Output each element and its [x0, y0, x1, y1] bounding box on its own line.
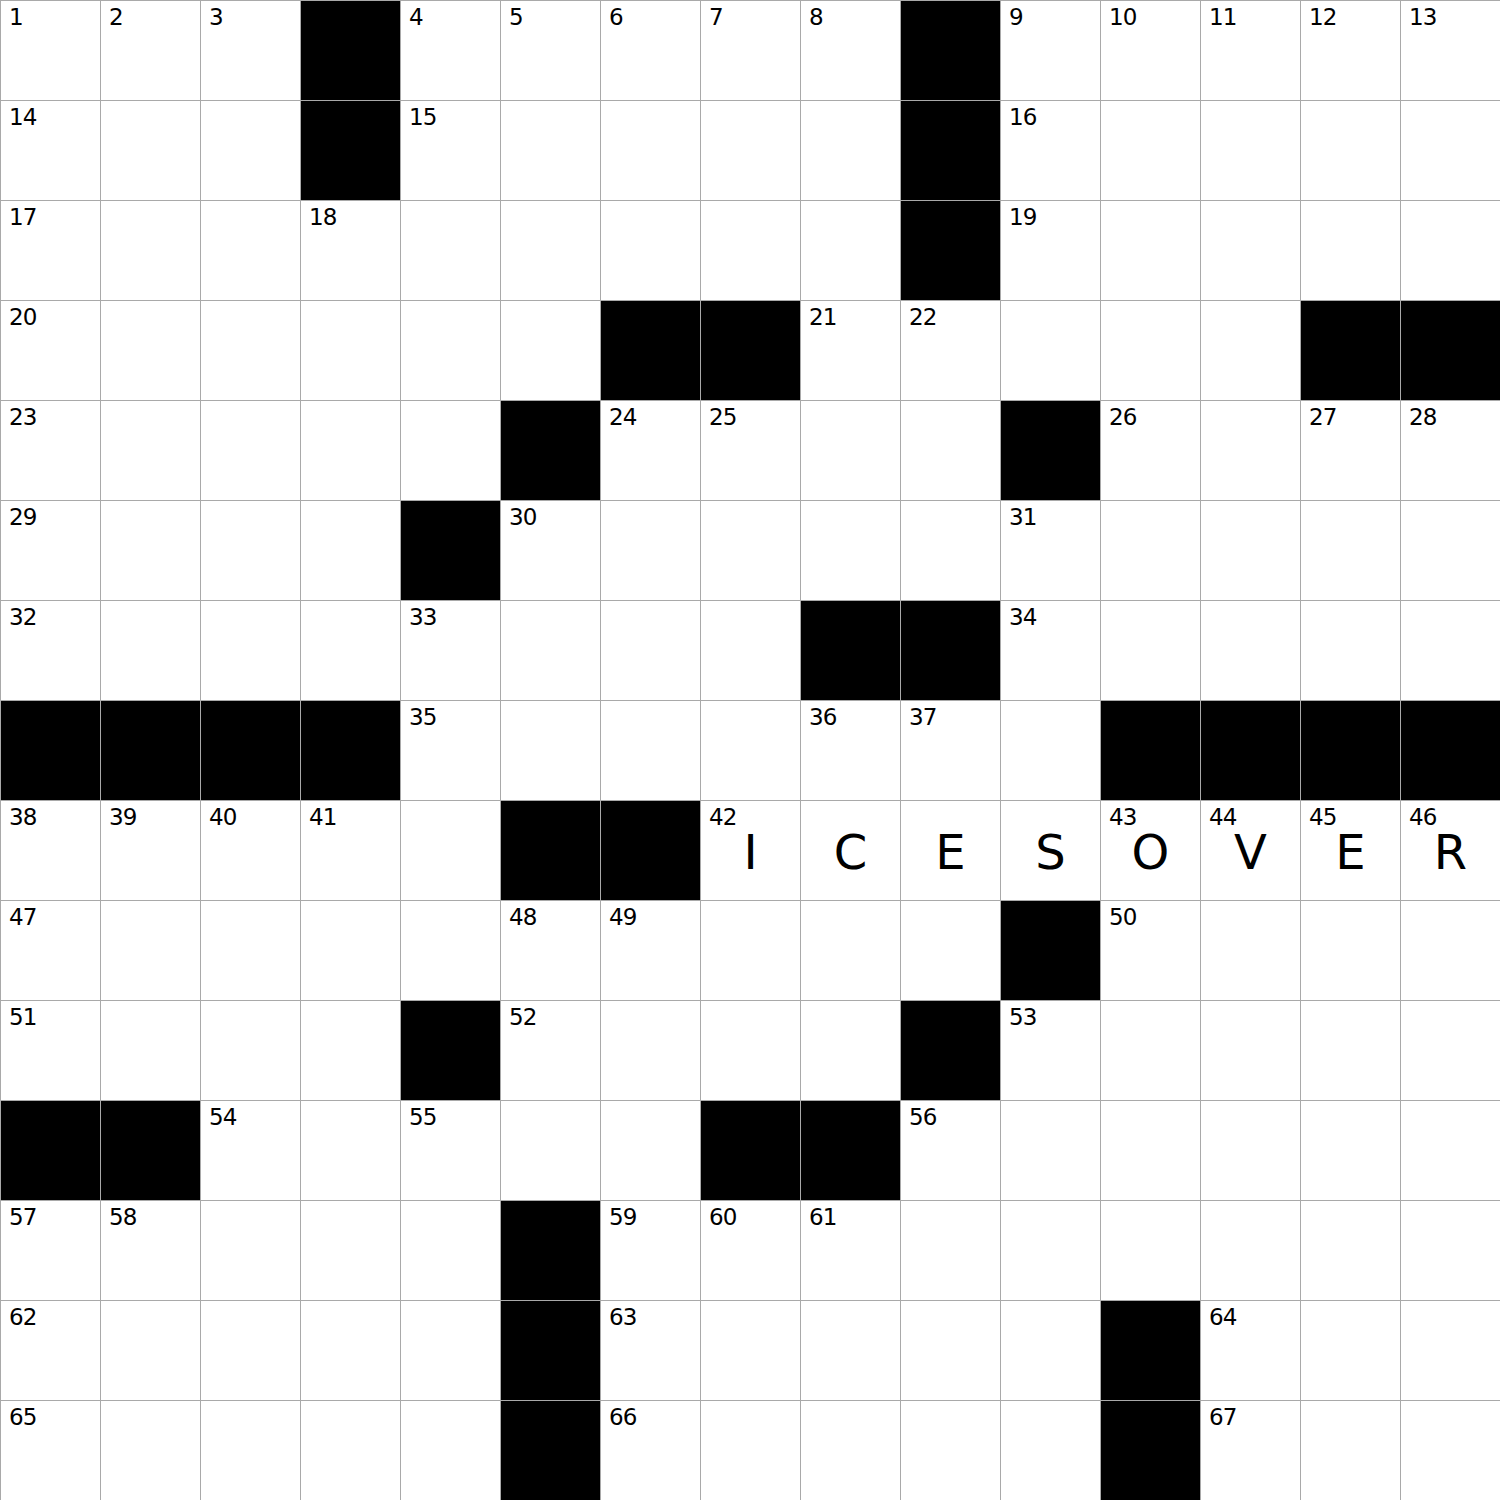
black-cell-r11c8 — [801, 1101, 901, 1201]
clue-number-38: 38 — [9, 806, 36, 829]
cell-letter: R — [1401, 827, 1500, 875]
cell-r6c4[interactable]: 33 — [401, 601, 501, 701]
cell-r5c7[interactable] — [701, 501, 801, 601]
cell-r11c9[interactable]: 56 — [901, 1101, 1001, 1201]
clue-number-32: 32 — [9, 606, 36, 629]
cell-r1c11[interactable] — [1101, 101, 1201, 201]
cell-r13c12[interactable]: 64 — [1201, 1301, 1301, 1401]
clue-number-4: 4 — [409, 6, 423, 29]
black-cell-r14c5 — [501, 1401, 601, 1500]
black-cell-r3c14 — [1401, 301, 1500, 401]
cell-r12c7[interactable]: 60 — [701, 1201, 801, 1301]
cell-r14c10[interactable] — [1001, 1401, 1101, 1500]
clue-number-19: 19 — [1009, 206, 1036, 229]
cell-r8c2[interactable]: 40 — [201, 801, 301, 901]
cell-r11c13[interactable] — [1301, 1101, 1401, 1201]
cell-r6c10[interactable]: 34 — [1001, 601, 1101, 701]
cell-r5c2[interactable] — [201, 501, 301, 601]
cell-r14c13[interactable] — [1301, 1401, 1401, 1500]
cell-r1c4[interactable]: 15 — [401, 101, 501, 201]
cell-r13c6[interactable]: 63 — [601, 1301, 701, 1401]
cell-r1c1[interactable] — [101, 101, 201, 201]
cell-r2c2[interactable] — [201, 201, 301, 301]
cell-r14c4[interactable] — [401, 1401, 501, 1500]
cell-r14c14[interactable] — [1401, 1401, 1500, 1500]
cell-r2c7[interactable] — [701, 201, 801, 301]
clue-number-3: 3 — [209, 6, 223, 29]
cell-r12c3[interactable] — [301, 1201, 401, 1301]
clue-number-25: 25 — [709, 406, 736, 429]
black-cell-r8c5 — [501, 801, 601, 901]
cell-r12c8[interactable]: 61 — [801, 1201, 901, 1301]
clue-number-42: 42 — [709, 806, 736, 829]
cell-r0c12[interactable]: 11 — [1201, 1, 1301, 101]
crossword-grid: 1234567891011121314151617181920212223242… — [0, 0, 1500, 1500]
clue-number-62: 62 — [9, 1306, 36, 1329]
cell-r2c13[interactable] — [1301, 201, 1401, 301]
black-cell-r7c2 — [201, 701, 301, 801]
cell-r6c7[interactable] — [701, 601, 801, 701]
cell-r13c2[interactable] — [201, 1301, 301, 1401]
cell-r5c0[interactable]: 29 — [1, 501, 101, 601]
black-cell-r1c9 — [901, 101, 1001, 201]
black-cell-r0c9 — [901, 1, 1001, 101]
clue-number-37: 37 — [909, 706, 936, 729]
cell-r13c7[interactable] — [701, 1301, 801, 1401]
cell-r5c10[interactable]: 31 — [1001, 501, 1101, 601]
clue-number-5: 5 — [509, 6, 523, 29]
cell-r4c14[interactable]: 28 — [1401, 401, 1500, 501]
cell-r4c7[interactable]: 25 — [701, 401, 801, 501]
clue-number-8: 8 — [809, 6, 823, 29]
cell-r5c12[interactable] — [1201, 501, 1301, 601]
cell-r1c6[interactable] — [601, 101, 701, 201]
black-cell-r11c0 — [1, 1101, 101, 1201]
clue-number-24: 24 — [609, 406, 636, 429]
cell-r6c0[interactable]: 32 — [1, 601, 101, 701]
cell-r4c1[interactable] — [101, 401, 201, 501]
clue-number-15: 15 — [409, 106, 436, 129]
cell-r8c0[interactable]: 38 — [1, 801, 101, 901]
cell-r6c6[interactable] — [601, 601, 701, 701]
cell-r8c9[interactable]: E — [901, 801, 1001, 901]
cell-r9c8[interactable] — [801, 901, 901, 1001]
cell-r7c10[interactable] — [1001, 701, 1101, 801]
cell-r2c6[interactable] — [601, 201, 701, 301]
clue-number-2: 2 — [109, 6, 123, 29]
black-cell-r6c9 — [901, 601, 1001, 701]
cell-r13c8[interactable] — [801, 1301, 901, 1401]
black-cell-r4c5 — [501, 401, 601, 501]
cell-r9c14[interactable] — [1401, 901, 1500, 1001]
cell-r5c13[interactable] — [1301, 501, 1401, 601]
cell-r0c14[interactable]: 13 — [1401, 1, 1500, 101]
cell-r9c7[interactable] — [701, 901, 801, 1001]
cell-r10c13[interactable] — [1301, 1001, 1401, 1101]
crossword-board: 1234567891011121314151617181920212223242… — [0, 0, 1500, 1500]
cell-r3c4[interactable] — [401, 301, 501, 401]
cell-letter: O — [1101, 827, 1200, 875]
clue-number-7: 7 — [709, 6, 723, 29]
cell-r8c3[interactable]: 41 — [301, 801, 401, 901]
cell-r11c14[interactable] — [1401, 1101, 1500, 1201]
cell-r7c6[interactable] — [601, 701, 701, 801]
cell-r10c11[interactable] — [1101, 1001, 1201, 1101]
cell-r3c12[interactable] — [1201, 301, 1301, 401]
cell-r11c12[interactable] — [1201, 1101, 1301, 1201]
black-cell-r7c12 — [1201, 701, 1301, 801]
cell-r6c12[interactable] — [1201, 601, 1301, 701]
black-cell-r10c9 — [901, 1001, 1001, 1101]
cell-r12c14[interactable] — [1401, 1201, 1500, 1301]
clue-number-16: 16 — [1009, 106, 1036, 129]
cell-r5c8[interactable] — [801, 501, 901, 601]
black-cell-r11c1 — [101, 1101, 201, 1201]
cell-r2c0[interactable]: 17 — [1, 201, 101, 301]
cell-r2c3[interactable]: 18 — [301, 201, 401, 301]
clue-number-14: 14 — [9, 106, 36, 129]
clue-number-28: 28 — [1409, 406, 1436, 429]
black-cell-r7c1 — [101, 701, 201, 801]
cell-r2c4[interactable] — [401, 201, 501, 301]
cell-r7c7[interactable] — [701, 701, 801, 801]
cell-r11c4[interactable]: 55 — [401, 1101, 501, 1201]
cell-r9c3[interactable] — [301, 901, 401, 1001]
cell-r1c12[interactable] — [1201, 101, 1301, 201]
cell-r0c5[interactable]: 5 — [501, 1, 601, 101]
black-cell-r0c3 — [301, 1, 401, 101]
black-cell-r9c10 — [1001, 901, 1101, 1001]
cell-r9c1[interactable] — [101, 901, 201, 1001]
cell-r8c1[interactable]: 39 — [101, 801, 201, 901]
cell-letter: C — [801, 827, 900, 875]
cell-r3c2[interactable] — [201, 301, 301, 401]
cell-r14c3[interactable] — [301, 1401, 401, 1500]
clue-number-55: 55 — [409, 1106, 436, 1129]
clue-number-53: 53 — [1009, 1006, 1036, 1029]
clue-number-30: 30 — [509, 506, 536, 529]
cell-r9c13[interactable] — [1301, 901, 1401, 1001]
cell-r3c9[interactable]: 22 — [901, 301, 1001, 401]
clue-number-45: 45 — [1309, 806, 1336, 829]
cell-r8c4[interactable] — [401, 801, 501, 901]
cell-r8c7[interactable]: 42I — [701, 801, 801, 901]
clue-number-9: 9 — [1009, 6, 1023, 29]
clue-number-46: 46 — [1409, 806, 1436, 829]
clue-number-58: 58 — [109, 1206, 136, 1229]
cell-r11c11[interactable] — [1101, 1101, 1201, 1201]
cell-r1c2[interactable] — [201, 101, 301, 201]
clue-number-56: 56 — [909, 1106, 936, 1129]
cell-r14c0[interactable]: 65 — [1, 1401, 101, 1500]
cell-r4c3[interactable] — [301, 401, 401, 501]
cell-r1c14[interactable] — [1401, 101, 1500, 201]
clue-number-33: 33 — [409, 606, 436, 629]
cell-r4c0[interactable]: 23 — [1, 401, 101, 501]
cell-r5c11[interactable] — [1101, 501, 1201, 601]
cell-letter: E — [1301, 827, 1400, 875]
cell-r1c5[interactable] — [501, 101, 601, 201]
black-cell-r14c11 — [1101, 1401, 1201, 1500]
cell-r14c8[interactable] — [801, 1401, 901, 1500]
cell-r12c1[interactable]: 58 — [101, 1201, 201, 1301]
cell-r8c12[interactable]: 44V — [1201, 801, 1301, 901]
clue-number-61: 61 — [809, 1206, 836, 1229]
cell-r1c7[interactable] — [701, 101, 801, 201]
cell-r12c10[interactable] — [1001, 1201, 1101, 1301]
clue-number-10: 10 — [1109, 6, 1136, 29]
cell-r3c8[interactable]: 21 — [801, 301, 901, 401]
cell-r11c6[interactable] — [601, 1101, 701, 1201]
clue-number-54: 54 — [209, 1106, 236, 1129]
cell-r5c5[interactable]: 30 — [501, 501, 601, 601]
clue-number-67: 67 — [1209, 1406, 1236, 1429]
cell-r2c14[interactable] — [1401, 201, 1500, 301]
clue-number-27: 27 — [1309, 406, 1336, 429]
cell-r1c8[interactable] — [801, 101, 901, 201]
cell-r4c12[interactable] — [1201, 401, 1301, 501]
cell-r1c10[interactable]: 16 — [1001, 101, 1101, 201]
cell-r12c6[interactable]: 59 — [601, 1201, 701, 1301]
cell-r0c6[interactable]: 6 — [601, 1, 701, 101]
black-cell-r8c6 — [601, 801, 701, 901]
clue-number-63: 63 — [609, 1306, 636, 1329]
clue-number-1: 1 — [9, 6, 23, 29]
clue-number-12: 12 — [1309, 6, 1336, 29]
cell-r4c11[interactable]: 26 — [1101, 401, 1201, 501]
cell-r9c6[interactable]: 49 — [601, 901, 701, 1001]
cell-r14c6[interactable]: 66 — [601, 1401, 701, 1500]
cell-r0c4[interactable]: 4 — [401, 1, 501, 101]
clue-number-49: 49 — [609, 906, 636, 929]
clue-number-23: 23 — [9, 406, 36, 429]
black-cell-r1c3 — [301, 101, 401, 201]
cell-r1c0[interactable]: 14 — [1, 101, 101, 201]
clue-number-51: 51 — [9, 1006, 36, 1029]
cell-r10c3[interactable] — [301, 1001, 401, 1101]
cell-r3c1[interactable] — [101, 301, 201, 401]
black-cell-r7c14 — [1401, 701, 1500, 801]
cell-r6c5[interactable] — [501, 601, 601, 701]
cell-r7c4[interactable]: 35 — [401, 701, 501, 801]
cell-r6c13[interactable] — [1301, 601, 1401, 701]
cell-r9c11[interactable]: 50 — [1101, 901, 1201, 1001]
clue-number-39: 39 — [109, 806, 136, 829]
cell-r2c8[interactable] — [801, 201, 901, 301]
cell-r9c2[interactable] — [201, 901, 301, 1001]
black-cell-r4c10 — [1001, 401, 1101, 501]
cell-r12c4[interactable] — [401, 1201, 501, 1301]
cell-r4c6[interactable]: 24 — [601, 401, 701, 501]
cell-r5c6[interactable] — [601, 501, 701, 601]
cell-r5c9[interactable] — [901, 501, 1001, 601]
cell-r4c4[interactable] — [401, 401, 501, 501]
clue-number-6: 6 — [609, 6, 623, 29]
cell-r7c5[interactable] — [501, 701, 601, 801]
clue-number-59: 59 — [609, 1206, 636, 1229]
clue-number-35: 35 — [409, 706, 436, 729]
cell-r7c8[interactable]: 36 — [801, 701, 901, 801]
cell-r4c13[interactable]: 27 — [1301, 401, 1401, 501]
cell-r4c9[interactable] — [901, 401, 1001, 501]
cell-letter: S — [1001, 827, 1100, 875]
cell-r10c14[interactable] — [1401, 1001, 1500, 1101]
cell-r0c0[interactable]: 1 — [1, 1, 101, 101]
cell-r3c3[interactable] — [301, 301, 401, 401]
clue-number-20: 20 — [9, 306, 36, 329]
cell-r10c10[interactable]: 53 — [1001, 1001, 1101, 1101]
cell-r11c5[interactable] — [501, 1101, 601, 1201]
cell-r10c5[interactable]: 52 — [501, 1001, 601, 1101]
clue-number-48: 48 — [509, 906, 536, 929]
cell-r6c2[interactable] — [201, 601, 301, 701]
cell-r12c0[interactable]: 57 — [1, 1201, 101, 1301]
cell-letter: E — [901, 827, 1000, 875]
clue-number-21: 21 — [809, 306, 836, 329]
cell-r8c14[interactable]: 46R — [1401, 801, 1500, 901]
cell-r2c1[interactable] — [101, 201, 201, 301]
black-cell-r7c13 — [1301, 701, 1401, 801]
clue-number-44: 44 — [1209, 806, 1236, 829]
black-cell-r11c7 — [701, 1101, 801, 1201]
cell-r5c3[interactable] — [301, 501, 401, 601]
clue-number-65: 65 — [9, 1406, 36, 1429]
cell-r6c1[interactable] — [101, 601, 201, 701]
cell-r3c0[interactable]: 20 — [1, 301, 101, 401]
cell-r3c10[interactable] — [1001, 301, 1101, 401]
cell-r13c13[interactable] — [1301, 1301, 1401, 1401]
cell-r3c11[interactable] — [1101, 301, 1201, 401]
cell-r8c10[interactable]: S — [1001, 801, 1101, 901]
black-cell-r10c4 — [401, 1001, 501, 1101]
black-cell-r5c4 — [401, 501, 501, 601]
cell-r5c14[interactable] — [1401, 501, 1500, 601]
cell-r11c10[interactable] — [1001, 1101, 1101, 1201]
cell-r14c9[interactable] — [901, 1401, 1001, 1500]
cell-r6c3[interactable] — [301, 601, 401, 701]
cell-r0c11[interactable]: 10 — [1101, 1, 1201, 101]
clue-number-29: 29 — [9, 506, 36, 529]
clue-number-40: 40 — [209, 806, 236, 829]
cell-r0c1[interactable]: 2 — [101, 1, 201, 101]
clue-number-41: 41 — [309, 806, 336, 829]
clue-number-11: 11 — [1209, 6, 1236, 29]
cell-r10c0[interactable]: 51 — [1, 1001, 101, 1101]
cell-r13c10[interactable] — [1001, 1301, 1101, 1401]
clue-number-26: 26 — [1109, 406, 1136, 429]
clue-number-47: 47 — [9, 906, 36, 929]
cell-r2c10[interactable]: 19 — [1001, 201, 1101, 301]
cell-r12c11[interactable] — [1101, 1201, 1201, 1301]
black-cell-r13c5 — [501, 1301, 601, 1401]
cell-r2c12[interactable] — [1201, 201, 1301, 301]
clue-number-66: 66 — [609, 1406, 636, 1429]
cell-r4c8[interactable] — [801, 401, 901, 501]
clue-number-31: 31 — [1009, 506, 1036, 529]
black-cell-r3c13 — [1301, 301, 1401, 401]
clue-number-36: 36 — [809, 706, 836, 729]
cell-r13c0[interactable]: 62 — [1, 1301, 101, 1401]
cell-r14c12[interactable]: 67 — [1201, 1401, 1301, 1500]
clue-number-18: 18 — [309, 206, 336, 229]
cell-r10c12[interactable] — [1201, 1001, 1301, 1101]
cell-r12c2[interactable] — [201, 1201, 301, 1301]
cell-r13c9[interactable] — [901, 1301, 1001, 1401]
cell-r12c12[interactable] — [1201, 1201, 1301, 1301]
cell-r13c14[interactable] — [1401, 1301, 1500, 1401]
clue-number-52: 52 — [509, 1006, 536, 1029]
cell-r12c9[interactable] — [901, 1201, 1001, 1301]
cell-r13c1[interactable] — [101, 1301, 201, 1401]
black-cell-r12c5 — [501, 1201, 601, 1301]
cell-r6c11[interactable] — [1101, 601, 1201, 701]
cell-r10c2[interactable] — [201, 1001, 301, 1101]
cell-r0c13[interactable]: 12 — [1301, 1, 1401, 101]
cell-r3c5[interactable] — [501, 301, 601, 401]
cell-r0c8[interactable]: 8 — [801, 1, 901, 101]
cell-r9c5[interactable]: 48 — [501, 901, 601, 1001]
cell-r0c2[interactable]: 3 — [201, 1, 301, 101]
black-cell-r2c9 — [901, 201, 1001, 301]
black-cell-r3c7 — [701, 301, 801, 401]
cell-r1c13[interactable] — [1301, 101, 1401, 201]
clue-number-57: 57 — [9, 1206, 36, 1229]
cell-r10c6[interactable] — [601, 1001, 701, 1101]
cell-letter: V — [1201, 827, 1300, 875]
clue-number-22: 22 — [909, 306, 936, 329]
cell-r13c4[interactable] — [401, 1301, 501, 1401]
clue-number-13: 13 — [1409, 6, 1436, 29]
cell-r14c7[interactable] — [701, 1401, 801, 1500]
cell-r11c2[interactable]: 54 — [201, 1101, 301, 1201]
cell-r6c14[interactable] — [1401, 601, 1500, 701]
cell-r4c2[interactable] — [201, 401, 301, 501]
cell-r9c9[interactable] — [901, 901, 1001, 1001]
cell-r0c7[interactable]: 7 — [701, 1, 801, 101]
clue-number-64: 64 — [1209, 1306, 1236, 1329]
clue-number-17: 17 — [9, 206, 36, 229]
cell-r9c0[interactable]: 47 — [1, 901, 101, 1001]
cell-r10c8[interactable] — [801, 1001, 901, 1101]
cell-r10c7[interactable] — [701, 1001, 801, 1101]
cell-r5c1[interactable] — [101, 501, 201, 601]
clue-number-50: 50 — [1109, 906, 1136, 929]
cell-r2c5[interactable] — [501, 201, 601, 301]
cell-r14c2[interactable] — [201, 1401, 301, 1500]
cell-r10c1[interactable] — [101, 1001, 201, 1101]
black-cell-r13c11 — [1101, 1301, 1201, 1401]
cell-letter: I — [701, 827, 800, 875]
clue-number-34: 34 — [1009, 606, 1036, 629]
cell-r9c4[interactable] — [401, 901, 501, 1001]
black-cell-r7c0 — [1, 701, 101, 801]
cell-r11c3[interactable] — [301, 1101, 401, 1201]
cell-r13c3[interactable] — [301, 1301, 401, 1401]
black-cell-r7c3 — [301, 701, 401, 801]
cell-r12c13[interactable] — [1301, 1201, 1401, 1301]
cell-r9c12[interactable] — [1201, 901, 1301, 1001]
clue-number-60: 60 — [709, 1206, 736, 1229]
cell-r8c13[interactable]: 45E — [1301, 801, 1401, 901]
cell-r7c9[interactable]: 37 — [901, 701, 1001, 801]
cell-r14c1[interactable] — [101, 1401, 201, 1500]
cell-r8c11[interactable]: 43O — [1101, 801, 1201, 901]
cell-r0c10[interactable]: 9 — [1001, 1, 1101, 101]
black-cell-r3c6 — [601, 301, 701, 401]
cell-r2c11[interactable] — [1101, 201, 1201, 301]
cell-r8c8[interactable]: C — [801, 801, 901, 901]
black-cell-r6c8 — [801, 601, 901, 701]
